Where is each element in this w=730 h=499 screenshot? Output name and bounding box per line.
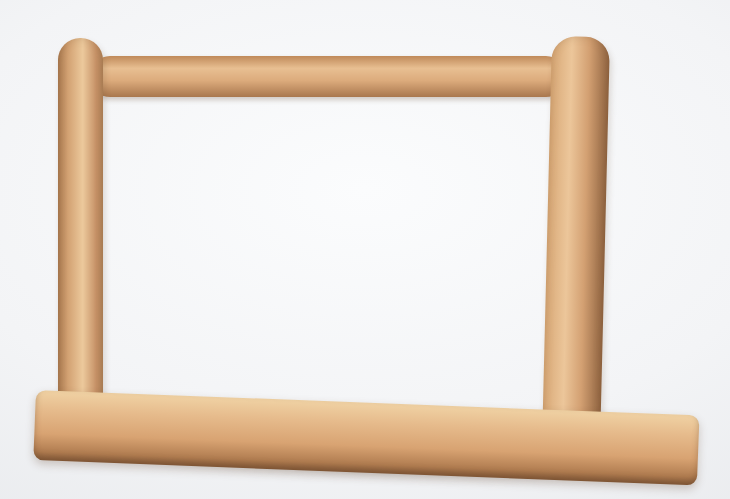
frame-left-post [58, 38, 103, 416]
frame-top-bar [90, 56, 566, 97]
frame-right-post [542, 36, 610, 429]
abacus-photo [0, 0, 730, 499]
